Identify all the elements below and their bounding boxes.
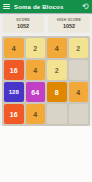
empty-cell <box>69 60 89 80</box>
refresh-icon[interactable]: ⟳ <box>82 3 89 11</box>
tile-4: 4 <box>47 38 67 58</box>
app-bar: Soma de Blocos ⟳ <box>0 0 92 13</box>
tile-16: 16 <box>4 104 24 124</box>
score-box: SCORE 1052 <box>3 16 43 32</box>
tile-4: 4 <box>26 104 46 124</box>
tile-8: 8 <box>47 82 67 102</box>
score-panel: SCORE 1052 HIGH SCORE 1052 <box>0 16 92 32</box>
game-screen: Soma de Blocos ⟳ SCORE 1052 HIGH SCORE 1… <box>0 0 92 182</box>
tile-128: 128 <box>4 82 24 102</box>
empty-cell <box>69 104 89 124</box>
score-value: 1052 <box>6 23 40 30</box>
tile-64: 64 <box>26 82 46 102</box>
tile-4: 4 <box>26 60 46 80</box>
high-score-box: HIGH SCORE 1052 <box>49 16 89 32</box>
high-score-value: 1052 <box>52 23 86 30</box>
tile-16: 16 <box>4 60 24 80</box>
tile-4: 4 <box>69 82 89 102</box>
app-title: Soma de Blocos <box>14 4 63 10</box>
empty-cell <box>47 104 67 124</box>
hamburger-menu-icon[interactable] <box>3 4 10 9</box>
tile-2: 2 <box>26 38 46 58</box>
board[interactable]: 424216421286484164 <box>2 36 90 126</box>
tile-2: 2 <box>69 38 89 58</box>
background-area <box>0 126 92 182</box>
tile-4: 4 <box>4 38 24 58</box>
tile-2: 2 <box>47 60 67 80</box>
